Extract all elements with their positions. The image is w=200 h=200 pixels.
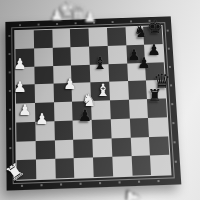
square-f6[interactable]	[108, 63, 127, 82]
photo-scene: ♚♞♟♟♟♝♟♛♟♟♝♜♞♟♟♟♟♚♛♟♜♟	[0, 0, 200, 200]
square-c7[interactable]	[52, 47, 71, 66]
square-e8[interactable]	[88, 28, 107, 46]
piece-white-pawn-a5[interactable]: ♟	[13, 80, 26, 95]
white-piece-lying-bottom[interactable]: ♟	[124, 189, 142, 200]
frame-coordinate-marks-left	[8, 35, 11, 176]
square-b8[interactable]	[34, 30, 53, 48]
square-g3[interactable]	[129, 118, 149, 138]
piece-black-knight-g8[interactable]: ♞	[134, 24, 148, 40]
square-f4[interactable]	[110, 100, 130, 119]
square-h2[interactable]	[149, 136, 169, 156]
square-d7[interactable]	[71, 46, 90, 65]
square-c8[interactable]	[52, 29, 71, 47]
square-d8[interactable]	[70, 29, 89, 47]
square-b6[interactable]	[34, 66, 53, 85]
square-f2[interactable]	[111, 137, 131, 157]
square-f3[interactable]	[111, 118, 131, 138]
piece-black-pawn-d3[interactable]: ♟	[78, 108, 92, 124]
piece-black-king-h8[interactable]: ♚	[147, 18, 163, 36]
square-g2[interactable]	[130, 137, 150, 157]
square-d2[interactable]	[73, 139, 93, 159]
frame-coordinate-marks-bottom	[21, 180, 167, 187]
square-f1[interactable]	[112, 156, 132, 176]
square-f7[interactable]	[107, 45, 126, 64]
square-a2[interactable]	[16, 141, 35, 161]
piece-white-pawn-a6[interactable]: ♟	[13, 57, 26, 72]
square-f8[interactable]	[107, 27, 126, 45]
square-e1[interactable]	[93, 157, 113, 177]
piece-white-pawn-a4[interactable]: ♟	[18, 103, 31, 118]
square-c1[interactable]	[55, 158, 75, 178]
square-g4[interactable]	[128, 99, 148, 118]
captured-white-pawn-top-2[interactable]: ♟	[83, 10, 96, 25]
square-b7[interactable]	[34, 48, 53, 67]
square-d1[interactable]	[74, 158, 94, 178]
piece-white-pawn-c5[interactable]: ♟	[63, 77, 76, 92]
square-f5[interactable]	[109, 81, 128, 100]
square-h3[interactable]	[148, 117, 168, 137]
square-h1[interactable]	[150, 155, 170, 175]
square-b1[interactable]	[36, 159, 56, 179]
square-e2[interactable]	[92, 138, 112, 158]
piece-black-rook-h4[interactable]: ♜	[148, 88, 162, 104]
square-a3[interactable]	[16, 122, 35, 142]
piece-black-pawn-g6[interactable]: ♟	[137, 56, 150, 71]
square-c3[interactable]	[54, 120, 73, 140]
piece-white-pawn-b4[interactable]: ♟	[35, 112, 48, 127]
square-b2[interactable]	[35, 140, 54, 160]
piece-black-bishop-e6[interactable]: ♝	[92, 55, 107, 72]
square-g1[interactable]	[131, 156, 151, 176]
square-e3[interactable]	[92, 119, 112, 139]
square-a8[interactable]	[15, 30, 34, 48]
square-b5[interactable]	[34, 84, 53, 103]
square-g5[interactable]	[128, 81, 148, 100]
square-c4[interactable]	[54, 102, 73, 121]
piece-white-bishop-e4[interactable]: ♝	[95, 82, 110, 99]
square-c2[interactable]	[54, 139, 74, 159]
